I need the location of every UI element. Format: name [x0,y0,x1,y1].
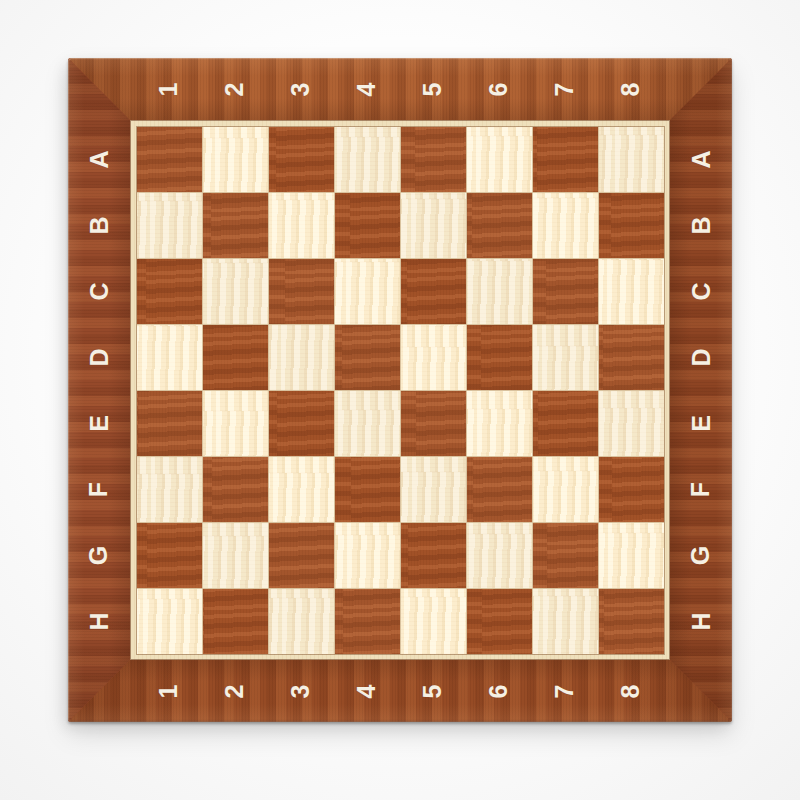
square-h8[interactable] [599,589,664,654]
square-f4[interactable] [335,457,400,522]
square-c1[interactable] [137,259,202,324]
square-h2[interactable] [203,589,268,654]
square-f3[interactable] [269,457,334,522]
square-e2[interactable] [203,391,268,456]
square-a6[interactable] [467,127,532,192]
square-a4[interactable] [335,127,400,192]
square-b4[interactable] [335,193,400,258]
square-c8[interactable] [599,259,664,324]
square-d2[interactable] [203,325,268,390]
square-e6[interactable] [467,391,532,456]
square-h7[interactable] [533,589,598,654]
square-e7[interactable] [533,391,598,456]
chess-board: 12345678 12345678 ABCDEFGH ABCDEFGH [68,58,732,722]
square-e4[interactable] [335,391,400,456]
square-b1[interactable] [137,193,202,258]
square-c2[interactable] [203,259,268,324]
square-f6[interactable] [467,457,532,522]
square-h6[interactable] [467,589,532,654]
square-b8[interactable] [599,193,664,258]
square-g5[interactable] [401,523,466,588]
board-frame-top [68,58,732,120]
square-f5[interactable] [401,457,466,522]
square-f7[interactable] [533,457,598,522]
square-h5[interactable] [401,589,466,654]
square-g8[interactable] [599,523,664,588]
square-b2[interactable] [203,193,268,258]
square-h4[interactable] [335,589,400,654]
square-d1[interactable] [137,325,202,390]
square-e8[interactable] [599,391,664,456]
square-c6[interactable] [467,259,532,324]
square-b6[interactable] [467,193,532,258]
square-d4[interactable] [335,325,400,390]
square-d6[interactable] [467,325,532,390]
square-g4[interactable] [335,523,400,588]
board-frame-bottom [68,660,732,722]
square-d8[interactable] [599,325,664,390]
square-a3[interactable] [269,127,334,192]
square-b3[interactable] [269,193,334,258]
square-d7[interactable] [533,325,598,390]
square-a2[interactable] [203,127,268,192]
square-f2[interactable] [203,457,268,522]
board-inlay-border [130,120,670,660]
square-e1[interactable] [137,391,202,456]
square-b7[interactable] [533,193,598,258]
square-c3[interactable] [269,259,334,324]
square-f8[interactable] [599,457,664,522]
photo-background: 12345678 12345678 ABCDEFGH ABCDEFGH [0,0,800,800]
square-a7[interactable] [533,127,598,192]
square-g2[interactable] [203,523,268,588]
board-frame-left [68,58,130,722]
board-grid [137,127,664,654]
square-g1[interactable] [137,523,202,588]
square-e5[interactable] [401,391,466,456]
square-b5[interactable] [401,193,466,258]
square-g7[interactable] [533,523,598,588]
square-h1[interactable] [137,589,202,654]
square-c4[interactable] [335,259,400,324]
square-a5[interactable] [401,127,466,192]
board-frame-right [670,58,732,722]
square-a1[interactable] [137,127,202,192]
square-c5[interactable] [401,259,466,324]
square-h3[interactable] [269,589,334,654]
square-g3[interactable] [269,523,334,588]
square-e3[interactable] [269,391,334,456]
square-c7[interactable] [533,259,598,324]
square-g6[interactable] [467,523,532,588]
square-d5[interactable] [401,325,466,390]
square-f1[interactable] [137,457,202,522]
square-d3[interactable] [269,325,334,390]
square-a8[interactable] [599,127,664,192]
